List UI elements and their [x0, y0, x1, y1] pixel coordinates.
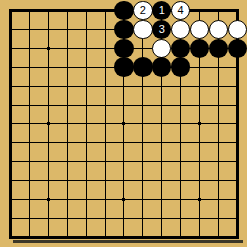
- stone-white: 2: [133, 1, 153, 21]
- star-point: [47, 47, 50, 50]
- go-board[interactable]: 2143: [0, 0, 247, 247]
- stone-black: [228, 39, 247, 59]
- star-point: [122, 122, 125, 125]
- grid-line-vertical: [142, 11, 143, 238]
- move-number-label: 2: [140, 5, 146, 16]
- go-diagram: 2143: [0, 0, 247, 247]
- stone-black: [190, 39, 210, 59]
- stone-white: [133, 20, 153, 40]
- stone-black: [133, 57, 153, 77]
- grid-line-horizontal: [11, 218, 238, 219]
- stone-black: [209, 39, 229, 59]
- stone-black: [171, 57, 191, 77]
- stone-black: [114, 1, 134, 21]
- grid-line-horizontal: [11, 180, 238, 181]
- star-point: [47, 198, 50, 201]
- stone-black: [114, 57, 134, 77]
- star-point: [198, 122, 201, 125]
- grid-line-horizontal: [11, 142, 238, 143]
- stone-white: [209, 20, 229, 40]
- move-number-label: 1: [159, 5, 165, 16]
- star-point: [122, 198, 125, 201]
- star-point: [47, 122, 50, 125]
- star-point: [198, 198, 201, 201]
- move-number-label: 4: [178, 5, 184, 16]
- stone-black: [114, 20, 134, 40]
- stone-white: [228, 20, 247, 40]
- move-number-label: 3: [159, 24, 165, 35]
- grid-line-horizontal: [11, 161, 238, 162]
- stone-black: [114, 39, 134, 59]
